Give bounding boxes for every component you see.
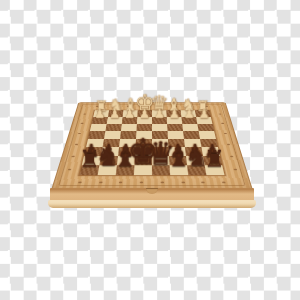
square-g3 bbox=[105, 124, 121, 131]
square-g4 bbox=[104, 131, 121, 139]
frame-dot bbox=[67, 169, 71, 171]
frame-dot bbox=[181, 181, 185, 183]
square-c2 bbox=[167, 117, 183, 124]
square-a4 bbox=[199, 131, 216, 139]
chess-board: ♜♞♝♚♛♝♞♜♟♟♟♟♟♟♟♟♟♟♟♟♟♟♟♟♜♞♝♚♛♝♞♜ bbox=[51, 102, 253, 189]
frame-dot bbox=[160, 181, 164, 183]
frame-dot bbox=[221, 123, 224, 124]
frame-dot bbox=[74, 144, 77, 146]
frame-dot bbox=[140, 181, 144, 183]
square-b2 bbox=[181, 117, 197, 124]
frame-dot bbox=[80, 123, 83, 124]
frame-dot bbox=[201, 181, 205, 183]
frame-dot bbox=[226, 144, 229, 146]
square-h2 bbox=[92, 117, 108, 124]
square-d2 bbox=[152, 117, 167, 124]
chess-set-photo: ♜♞♝♚♛♝♞♜♟♟♟♟♟♟♟♟♟♟♟♟♟♟♟♟♜♞♝♚♛♝♞♜ bbox=[0, 0, 300, 300]
square-b3 bbox=[182, 124, 198, 131]
frame-dot bbox=[99, 181, 103, 183]
frame-dot bbox=[119, 181, 123, 183]
square-a2 bbox=[196, 117, 212, 124]
square-f3 bbox=[121, 124, 137, 131]
frame-dot bbox=[229, 156, 233, 158]
box-base-molding bbox=[48, 200, 256, 208]
frame-dot bbox=[71, 156, 75, 158]
square-b4 bbox=[183, 131, 200, 139]
square-h4 bbox=[88, 131, 105, 139]
square-e3 bbox=[136, 124, 152, 131]
square-h3 bbox=[90, 124, 107, 131]
frame-dot bbox=[223, 133, 226, 134]
black-rook: ♜ bbox=[204, 147, 225, 170]
square-d3 bbox=[152, 124, 168, 131]
square-c3 bbox=[167, 124, 183, 131]
square-a3 bbox=[197, 124, 214, 131]
square-f2 bbox=[122, 117, 138, 124]
square-g2 bbox=[107, 117, 123, 124]
square-e2 bbox=[137, 117, 152, 124]
frame-dot bbox=[77, 133, 80, 134]
frame-dot bbox=[218, 113, 221, 114]
frame-dot bbox=[222, 181, 226, 183]
frame-dot bbox=[233, 169, 237, 171]
frame-dot bbox=[78, 181, 82, 183]
frame-dot bbox=[83, 113, 86, 114]
